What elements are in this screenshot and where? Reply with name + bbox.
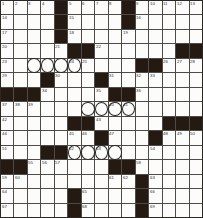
cell-r2-c6[interactable] bbox=[82, 30, 94, 43]
cell-r12-c1[interactable]: 60 bbox=[14, 175, 26, 188]
cell-r11-c14[interactable] bbox=[190, 160, 202, 173]
cell-r7-c12[interactable] bbox=[163, 102, 175, 115]
cell-r11-c3[interactable]: 56 bbox=[41, 160, 53, 173]
cell-r5-c8[interactable]: 31 bbox=[109, 73, 121, 86]
cell-r9-c12[interactable]: 48 bbox=[163, 131, 175, 144]
clue-number-62: 62 bbox=[123, 175, 128, 179]
clue-number-46: 46 bbox=[82, 131, 87, 135]
black-cell-r3-c13 bbox=[176, 44, 188, 57]
cell-r12-c7[interactable] bbox=[95, 175, 107, 188]
clue-number-24: 24 bbox=[69, 59, 74, 63]
cell-r12-c4[interactable] bbox=[55, 175, 67, 188]
cell-r13-c2[interactable] bbox=[28, 189, 40, 202]
cell-r6-c5[interactable] bbox=[68, 88, 80, 101]
cell-r3-c7[interactable]: 22 bbox=[95, 44, 107, 57]
cell-r8-c11[interactable] bbox=[149, 117, 161, 130]
cell-r5-c12[interactable] bbox=[163, 73, 175, 86]
clue-number-12: 12 bbox=[177, 1, 182, 5]
cell-r2-c10[interactable] bbox=[136, 30, 148, 43]
black-cell-r13-c10 bbox=[136, 189, 148, 202]
cell-r7-c13[interactable] bbox=[176, 102, 188, 115]
cell-r2-c11[interactable] bbox=[149, 30, 161, 43]
circle-marker bbox=[108, 145, 121, 159]
cell-r5-c6[interactable] bbox=[82, 73, 94, 86]
cell-r14-c9[interactable] bbox=[122, 204, 134, 217]
clue-number-52: 52 bbox=[69, 146, 74, 150]
clue-number-15: 15 bbox=[69, 15, 74, 19]
cell-r7-c8[interactable]: 40 bbox=[109, 102, 121, 115]
cell-r2-c3[interactable] bbox=[41, 30, 53, 43]
clue-number-11: 11 bbox=[163, 1, 167, 5]
cell-r14-c11[interactable]: 69 bbox=[149, 204, 161, 217]
cell-r7-c11[interactable] bbox=[149, 102, 161, 115]
cell-r3-c4[interactable]: 21 bbox=[55, 44, 67, 57]
clue-number-37: 37 bbox=[2, 102, 7, 106]
clue-number-64: 64 bbox=[2, 189, 7, 193]
cell-r8-c1[interactable] bbox=[14, 117, 26, 130]
clue-number-33: 33 bbox=[150, 73, 155, 77]
cell-r2-c9[interactable]: 19 bbox=[122, 30, 134, 43]
cell-r5-c1[interactable] bbox=[14, 73, 26, 86]
cell-r4-c9[interactable] bbox=[122, 59, 134, 72]
black-cell-r10-c3 bbox=[41, 146, 53, 159]
cell-r11-c5[interactable] bbox=[68, 160, 80, 173]
cell-r12-c14[interactable] bbox=[190, 175, 202, 188]
cell-r11-c2[interactable]: 55 bbox=[28, 160, 40, 173]
cell-r4-c3[interactable] bbox=[41, 59, 53, 72]
cell-r2-c12[interactable] bbox=[163, 30, 175, 43]
cell-r2-c0[interactable]: 17 bbox=[1, 30, 13, 43]
black-cell-r9-c11 bbox=[149, 131, 161, 144]
cell-r8-c9[interactable] bbox=[122, 117, 134, 130]
clue-number-17: 17 bbox=[2, 30, 7, 34]
cell-r2-c13[interactable] bbox=[176, 30, 188, 43]
cell-r7-c1[interactable]: 38 bbox=[14, 102, 26, 115]
clue-number-36: 36 bbox=[136, 88, 141, 92]
cell-r14-c1[interactable] bbox=[14, 204, 26, 217]
clue-number-49: 49 bbox=[177, 131, 182, 135]
cell-r0-c8[interactable]: 8 bbox=[109, 1, 121, 14]
cell-r5-c13[interactable] bbox=[176, 73, 188, 86]
cell-r3-c8[interactable] bbox=[109, 44, 121, 57]
crossword-board: 1234567891011121314151617181920212223242… bbox=[0, 0, 203, 218]
cell-r9-c13[interactable]: 49 bbox=[176, 131, 188, 144]
clue-number-35: 35 bbox=[96, 88, 101, 92]
black-cell-r8-c5 bbox=[68, 117, 80, 130]
cell-r3-c2[interactable] bbox=[28, 44, 40, 57]
cell-r2-c14[interactable] bbox=[190, 30, 202, 43]
black-cell-r9-c7 bbox=[95, 131, 107, 144]
clue-number-59: 59 bbox=[2, 175, 7, 179]
cell-r8-c3[interactable] bbox=[41, 117, 53, 130]
cell-r0-c2[interactable]: 3 bbox=[28, 1, 40, 14]
clue-number-16: 16 bbox=[136, 15, 141, 19]
cell-r14-c4[interactable] bbox=[55, 204, 67, 217]
clue-number-56: 56 bbox=[42, 160, 47, 164]
clue-number-65: 65 bbox=[82, 189, 87, 193]
clue-number-5: 5 bbox=[69, 1, 71, 5]
cell-r10-c7[interactable]: 53 bbox=[95, 146, 107, 159]
cell-r6-c14[interactable] bbox=[190, 88, 202, 101]
black-cell-r0-c4 bbox=[55, 1, 67, 14]
clue-number-40: 40 bbox=[109, 102, 114, 106]
cell-r9-c1[interactable] bbox=[14, 131, 26, 144]
cell-r8-c4[interactable] bbox=[55, 117, 67, 130]
cell-r6-c11[interactable] bbox=[149, 88, 161, 101]
black-cell-r1-c4 bbox=[55, 15, 67, 28]
cell-r10-c9[interactable] bbox=[122, 146, 134, 159]
clue-number-48: 48 bbox=[163, 131, 168, 135]
black-cell-r10-c4 bbox=[55, 146, 67, 159]
black-cell-r11-c8 bbox=[109, 160, 121, 173]
black-cell-r3-c5 bbox=[68, 44, 80, 57]
cell-r12-c12[interactable] bbox=[163, 175, 175, 188]
cell-r2-c7[interactable] bbox=[95, 30, 107, 43]
cell-r3-c9[interactable] bbox=[122, 44, 134, 57]
cell-r1-c1[interactable] bbox=[14, 15, 26, 28]
cell-r5-c14[interactable] bbox=[190, 73, 202, 86]
clue-number-51: 51 bbox=[2, 146, 7, 150]
cell-r3-c12[interactable] bbox=[163, 44, 175, 57]
black-cell-r0-c9 bbox=[122, 1, 134, 14]
cell-r13-c14[interactable] bbox=[190, 189, 202, 202]
cell-r4-c14[interactable]: 28 bbox=[190, 59, 202, 72]
cell-r12-c5[interactable] bbox=[68, 175, 80, 188]
black-cell-r8-c13 bbox=[176, 117, 188, 130]
cell-r8-c7[interactable]: 43 bbox=[95, 117, 107, 130]
cell-r10-c5[interactable]: 52 bbox=[68, 146, 80, 159]
black-cell-r6-c1 bbox=[14, 88, 26, 101]
black-cell-r8-c12 bbox=[163, 117, 175, 130]
cell-r5-c0[interactable]: 29 bbox=[1, 73, 13, 86]
cell-r1-c8[interactable] bbox=[109, 15, 121, 28]
clue-number-45: 45 bbox=[69, 131, 74, 135]
cell-r4-c4[interactable] bbox=[55, 59, 67, 72]
cell-r4-c13[interactable]: 27 bbox=[176, 59, 188, 72]
clue-number-13: 13 bbox=[190, 1, 195, 5]
cell-r6-c12[interactable] bbox=[163, 88, 175, 101]
cell-r14-c13[interactable] bbox=[176, 204, 188, 217]
cell-r3-c10[interactable] bbox=[136, 44, 148, 57]
clue-number-23: 23 bbox=[2, 59, 7, 63]
cell-r9-c2[interactable] bbox=[28, 131, 40, 144]
cell-r10-c13[interactable] bbox=[176, 146, 188, 159]
cell-r3-c3[interactable] bbox=[41, 44, 53, 57]
cell-r9-c0[interactable]: 44 bbox=[1, 131, 13, 144]
cell-r6-c7[interactable]: 35 bbox=[95, 88, 107, 101]
cell-r14-c7[interactable] bbox=[95, 204, 107, 217]
cell-r8-c0[interactable]: 42 bbox=[1, 117, 13, 130]
clue-number-32: 32 bbox=[136, 73, 141, 77]
cell-r0-c0[interactable]: 1 bbox=[1, 1, 13, 14]
clue-number-8: 8 bbox=[109, 1, 111, 5]
cell-r7-c0[interactable]: 37 bbox=[1, 102, 13, 115]
cell-r5-c10[interactable]: 32 bbox=[136, 73, 148, 86]
cell-r10-c2[interactable] bbox=[28, 146, 40, 159]
clue-number-30: 30 bbox=[55, 73, 60, 77]
black-cell-r4-c10 bbox=[136, 59, 148, 72]
black-cell-r5-c7 bbox=[95, 73, 107, 86]
cell-r4-c6[interactable]: 25 bbox=[82, 59, 94, 72]
black-cell-r5-c3 bbox=[41, 73, 53, 86]
cell-r13-c12[interactable] bbox=[163, 189, 175, 202]
cell-r3-c11[interactable] bbox=[149, 44, 161, 57]
cell-r13-c9[interactable] bbox=[122, 189, 134, 202]
cell-r8-c8[interactable] bbox=[109, 117, 121, 130]
black-cell-r1-c9 bbox=[122, 15, 134, 28]
cell-r13-c4[interactable] bbox=[55, 189, 67, 202]
cell-r11-c7[interactable] bbox=[95, 160, 107, 173]
cell-r14-c0[interactable]: 67 bbox=[1, 204, 13, 217]
cell-r13-c7[interactable] bbox=[95, 189, 107, 202]
cell-r11-c12[interactable] bbox=[163, 160, 175, 173]
cell-r14-c14[interactable] bbox=[190, 204, 202, 217]
clue-number-58: 58 bbox=[136, 160, 141, 164]
black-cell-r4-c11 bbox=[149, 59, 161, 72]
cell-r14-c6[interactable]: 68 bbox=[82, 204, 94, 217]
cell-r11-c10[interactable]: 58 bbox=[136, 160, 148, 173]
clue-number-53: 53 bbox=[96, 146, 101, 150]
cell-r13-c3[interactable] bbox=[41, 189, 53, 202]
cell-r4-c8[interactable] bbox=[109, 59, 121, 72]
cell-r4-c2[interactable] bbox=[28, 59, 40, 72]
clue-number-29: 29 bbox=[2, 73, 7, 77]
cell-r0-c7[interactable]: 7 bbox=[95, 1, 107, 14]
clue-number-68: 68 bbox=[82, 204, 87, 208]
cell-r0-c3[interactable]: 4 bbox=[41, 1, 53, 14]
clue-number-25: 25 bbox=[82, 59, 87, 63]
cell-r12-c3[interactable] bbox=[41, 175, 53, 188]
cell-r1-c2[interactable] bbox=[28, 15, 40, 28]
cell-r6-c10[interactable]: 36 bbox=[136, 88, 148, 101]
cell-r4-c12[interactable]: 26 bbox=[163, 59, 175, 72]
cell-r4-c7[interactable] bbox=[95, 59, 107, 72]
clue-number-21: 21 bbox=[55, 44, 60, 48]
clue-number-2: 2 bbox=[15, 1, 17, 5]
cell-r13-c6[interactable]: 65 bbox=[82, 189, 94, 202]
crossword-puzzle: 1234567891011121314151617181920212223242… bbox=[0, 0, 203, 218]
cell-r9-c6[interactable]: 46 bbox=[82, 131, 94, 144]
cell-r13-c11[interactable]: 66 bbox=[149, 189, 161, 202]
clue-number-22: 22 bbox=[96, 44, 101, 48]
cell-r7-c10[interactable] bbox=[136, 102, 148, 115]
clue-number-31: 31 bbox=[109, 73, 114, 77]
black-cell-r6-c8 bbox=[109, 88, 121, 101]
black-cell-r11-c1 bbox=[14, 160, 26, 173]
cell-r13-c13[interactable] bbox=[176, 189, 188, 202]
cell-r3-c1[interactable] bbox=[14, 44, 26, 57]
cell-r0-c6[interactable]: 6 bbox=[82, 1, 94, 14]
cell-r4-c5[interactable]: 24 bbox=[68, 59, 80, 72]
cell-r1-c3[interactable] bbox=[41, 15, 53, 28]
cell-r12-c0[interactable]: 59 bbox=[1, 175, 13, 188]
cell-r10-c10[interactable] bbox=[136, 146, 148, 159]
cell-r0-c13[interactable]: 12 bbox=[176, 1, 188, 14]
cell-r1-c7[interactable] bbox=[95, 15, 107, 28]
cell-r9-c14[interactable]: 50 bbox=[190, 131, 202, 144]
black-cell-r14-c10 bbox=[136, 204, 148, 217]
cell-r0-c5[interactable]: 5 bbox=[68, 1, 80, 14]
cell-r14-c8[interactable] bbox=[109, 204, 121, 217]
cell-r10-c0[interactable]: 51 bbox=[1, 146, 13, 159]
circle-marker bbox=[81, 102, 94, 116]
cell-r5-c9[interactable] bbox=[122, 73, 134, 86]
clue-number-3: 3 bbox=[28, 1, 30, 5]
clue-number-43: 43 bbox=[96, 117, 101, 121]
cell-r0-c11[interactable]: 10 bbox=[149, 1, 161, 14]
black-cell-r11-c9 bbox=[122, 160, 134, 173]
clue-number-63: 63 bbox=[150, 175, 155, 179]
cell-r12-c11[interactable]: 63 bbox=[149, 175, 161, 188]
cell-r11-c11[interactable] bbox=[149, 160, 161, 173]
cell-r10-c12[interactable] bbox=[163, 146, 175, 159]
black-cell-r13-c5 bbox=[68, 189, 80, 202]
cell-r2-c8[interactable] bbox=[109, 30, 121, 43]
cell-r8-c2[interactable] bbox=[28, 117, 40, 130]
clue-number-67: 67 bbox=[2, 204, 7, 208]
cell-r1-c5[interactable]: 15 bbox=[68, 15, 80, 28]
clue-number-20: 20 bbox=[2, 44, 7, 48]
clue-number-44: 44 bbox=[2, 131, 7, 135]
cell-r5-c11[interactable]: 33 bbox=[149, 73, 161, 86]
cell-r1-c6[interactable] bbox=[82, 15, 94, 28]
black-cell-r3-c6 bbox=[82, 44, 94, 57]
black-cell-r12-c10 bbox=[136, 175, 148, 188]
black-cell-r3-c14 bbox=[190, 44, 202, 57]
circle-marker bbox=[54, 58, 67, 72]
clue-number-6: 6 bbox=[82, 1, 84, 5]
cell-r5-c2[interactable] bbox=[28, 73, 40, 86]
cell-r8-c10[interactable] bbox=[136, 117, 148, 130]
cell-r1-c0[interactable]: 14 bbox=[1, 15, 13, 28]
cell-r12-c13[interactable] bbox=[176, 175, 188, 188]
clue-number-42: 42 bbox=[2, 117, 7, 121]
cell-r4-c0[interactable]: 23 bbox=[1, 59, 13, 72]
cell-r10-c14[interactable] bbox=[190, 146, 202, 159]
cell-r7-c5[interactable] bbox=[68, 102, 80, 115]
clue-number-61: 61 bbox=[109, 175, 114, 179]
cell-r9-c10[interactable] bbox=[136, 131, 148, 144]
cell-r14-c12[interactable] bbox=[163, 204, 175, 217]
clue-number-41: 41 bbox=[123, 102, 128, 106]
cell-r1-c12[interactable] bbox=[163, 15, 175, 28]
cell-r7-c9[interactable]: 41 bbox=[122, 102, 134, 115]
cell-r11-c13[interactable] bbox=[176, 160, 188, 173]
cell-r12-c2[interactable] bbox=[28, 175, 40, 188]
clue-number-1: 1 bbox=[2, 1, 4, 5]
clue-number-7: 7 bbox=[96, 1, 98, 5]
circle-marker bbox=[41, 58, 54, 72]
cell-r13-c1[interactable] bbox=[14, 189, 26, 202]
cell-r2-c5[interactable]: 18 bbox=[68, 30, 80, 43]
cell-r7-c6[interactable] bbox=[82, 102, 94, 115]
cell-r13-c8[interactable] bbox=[109, 189, 121, 202]
clue-number-10: 10 bbox=[150, 1, 155, 5]
cell-r9-c8[interactable]: 47 bbox=[109, 131, 121, 144]
clue-number-55: 55 bbox=[28, 160, 33, 164]
cell-r0-c14[interactable]: 13 bbox=[190, 1, 202, 14]
cell-r5-c5[interactable] bbox=[68, 73, 80, 86]
cell-r2-c1[interactable] bbox=[14, 30, 26, 43]
circle-marker bbox=[27, 58, 40, 72]
cell-r1-c11[interactable] bbox=[149, 15, 161, 28]
clue-number-19: 19 bbox=[123, 30, 128, 34]
cell-r1-c14[interactable] bbox=[190, 15, 202, 28]
cell-r2-c2[interactable] bbox=[28, 30, 40, 43]
cell-r6-c13[interactable] bbox=[176, 88, 188, 101]
clue-number-27: 27 bbox=[177, 59, 182, 63]
cell-r5-c4[interactable]: 30 bbox=[55, 73, 67, 86]
cell-r11-c4[interactable]: 57 bbox=[55, 160, 67, 173]
cell-r14-c3[interactable] bbox=[41, 204, 53, 217]
cell-r7-c4[interactable] bbox=[55, 102, 67, 115]
clue-number-4: 4 bbox=[42, 1, 44, 5]
clue-number-57: 57 bbox=[55, 160, 60, 164]
cell-r10-c11[interactable]: 54 bbox=[149, 146, 161, 159]
black-cell-r6-c0 bbox=[1, 88, 13, 101]
cell-r1-c13[interactable] bbox=[176, 15, 188, 28]
clue-number-26: 26 bbox=[163, 59, 168, 63]
black-cell-r8-c6 bbox=[82, 117, 94, 130]
cell-r0-c12[interactable]: 11 bbox=[163, 1, 175, 14]
cell-r7-c7[interactable] bbox=[95, 102, 107, 115]
clue-number-39: 39 bbox=[28, 102, 33, 106]
cell-r7-c2[interactable]: 39 bbox=[28, 102, 40, 115]
black-cell-r6-c2 bbox=[28, 88, 40, 101]
cell-r1-c10[interactable]: 16 bbox=[136, 15, 148, 28]
cell-r9-c3[interactable] bbox=[41, 131, 53, 144]
black-cell-r14-c5 bbox=[68, 204, 80, 217]
cell-r12-c9[interactable]: 62 bbox=[122, 175, 134, 188]
circle-marker bbox=[95, 102, 108, 116]
black-cell-r11-c0 bbox=[1, 160, 13, 173]
cell-r9-c9[interactable] bbox=[122, 131, 134, 144]
cell-r3-c0[interactable]: 20 bbox=[1, 44, 13, 57]
cell-r12-c8[interactable]: 61 bbox=[109, 175, 121, 188]
clue-number-28: 28 bbox=[190, 59, 195, 63]
clue-number-66: 66 bbox=[150, 189, 155, 193]
clue-number-60: 60 bbox=[15, 175, 20, 179]
clue-number-54: 54 bbox=[150, 146, 155, 150]
circle-marker bbox=[81, 145, 94, 159]
clue-number-38: 38 bbox=[15, 102, 20, 106]
cell-r9-c4[interactable] bbox=[55, 131, 67, 144]
clue-number-47: 47 bbox=[109, 131, 114, 135]
black-cell-r8-c14 bbox=[190, 117, 202, 130]
cell-r9-c5[interactable]: 45 bbox=[68, 131, 80, 144]
clue-number-50: 50 bbox=[190, 131, 195, 135]
cell-r7-c3[interactable] bbox=[41, 102, 53, 115]
cell-r4-c1[interactable] bbox=[14, 59, 26, 72]
cell-r6-c3[interactable]: 34 bbox=[41, 88, 53, 101]
cell-r10-c6[interactable] bbox=[82, 146, 94, 159]
clue-number-18: 18 bbox=[69, 30, 74, 34]
cell-r10-c1[interactable] bbox=[14, 146, 26, 159]
cell-r11-c6[interactable] bbox=[82, 160, 94, 173]
cell-r13-c0[interactable]: 64 bbox=[1, 189, 13, 202]
cell-r10-c8[interactable] bbox=[109, 146, 121, 159]
black-cell-r2-c4 bbox=[55, 30, 67, 43]
cell-r6-c6[interactable] bbox=[82, 88, 94, 101]
cell-r14-c2[interactable] bbox=[28, 204, 40, 217]
clue-number-14: 14 bbox=[2, 15, 7, 19]
cell-r0-c1[interactable]: 2 bbox=[14, 1, 26, 14]
cell-r7-c14[interactable] bbox=[190, 102, 202, 115]
cell-r12-c6[interactable] bbox=[82, 175, 94, 188]
cell-r0-c10[interactable]: 9 bbox=[136, 1, 148, 14]
cell-r6-c4[interactable] bbox=[55, 88, 67, 101]
black-cell-r6-c9 bbox=[122, 88, 134, 101]
